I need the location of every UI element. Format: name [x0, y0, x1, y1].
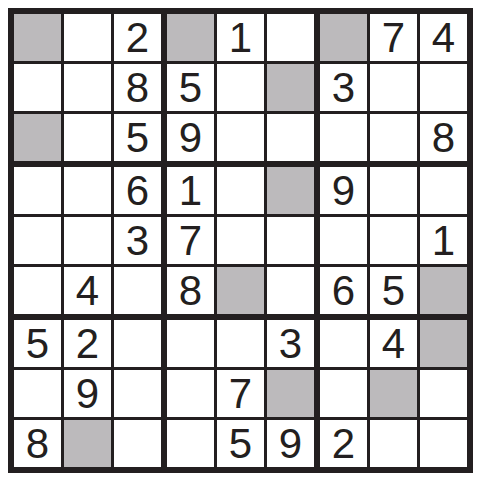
cell-r1c5[interactable]: 1	[217, 14, 264, 61]
cell-r9c5[interactable]: 5	[217, 420, 264, 467]
cell-r2c6[interactable]	[267, 64, 314, 111]
cell-r6c1[interactable]	[14, 267, 61, 314]
cell-r1c4[interactable]	[167, 14, 214, 61]
cell-r8c4[interactable]	[167, 370, 214, 417]
cell-r2c3[interactable]: 8	[114, 64, 161, 111]
cell-r6c6[interactable]	[267, 267, 314, 314]
cell-r4c4[interactable]: 1	[167, 167, 214, 214]
cell-r3c1[interactable]	[14, 114, 61, 161]
sudoku-page: 285159743863417891655298375942	[0, 0, 481, 486]
box-3: 7438	[320, 14, 467, 161]
cell-r3c7[interactable]	[320, 114, 367, 161]
cell-r7c6[interactable]: 3	[267, 320, 314, 367]
cell-r8c7[interactable]	[320, 370, 367, 417]
cell-r3c8[interactable]	[370, 114, 417, 161]
cell-r1c1[interactable]	[14, 14, 61, 61]
cell-r5c1[interactable]	[14, 217, 61, 264]
cell-r8c9[interactable]	[420, 370, 467, 417]
box-6: 9165	[320, 167, 467, 314]
box-7: 5298	[14, 320, 161, 467]
cell-r5c7[interactable]	[320, 217, 367, 264]
cell-r8c1[interactable]	[14, 370, 61, 417]
cell-r9c8[interactable]	[370, 420, 417, 467]
cell-r1c2[interactable]	[64, 14, 111, 61]
cell-r4c6[interactable]	[267, 167, 314, 214]
cell-r6c9[interactable]	[420, 267, 467, 314]
box-2: 159	[167, 14, 314, 161]
cell-r6c4[interactable]: 8	[167, 267, 214, 314]
cell-r9c4[interactable]	[167, 420, 214, 467]
box-8: 3759	[167, 320, 314, 467]
cell-r3c3[interactable]: 5	[114, 114, 161, 161]
cell-r7c2[interactable]: 2	[64, 320, 111, 367]
cell-r9c9[interactable]	[420, 420, 467, 467]
cell-r6c2[interactable]: 4	[64, 267, 111, 314]
cell-r7c9[interactable]	[420, 320, 467, 367]
cell-r9c7[interactable]: 2	[320, 420, 367, 467]
cell-r2c8[interactable]	[370, 64, 417, 111]
cell-r2c1[interactable]	[14, 64, 61, 111]
cell-r7c3[interactable]	[114, 320, 161, 367]
cell-r2c9[interactable]	[420, 64, 467, 111]
cell-r6c8[interactable]: 5	[370, 267, 417, 314]
cell-r3c9[interactable]: 8	[420, 114, 467, 161]
sudoku-board: 285159743863417891655298375942	[8, 8, 473, 473]
cell-r1c3[interactable]: 2	[114, 14, 161, 61]
cell-r3c4[interactable]: 9	[167, 114, 214, 161]
cell-r4c7[interactable]: 9	[320, 167, 367, 214]
cell-r9c6[interactable]: 9	[267, 420, 314, 467]
cell-r6c3[interactable]	[114, 267, 161, 314]
cell-r3c6[interactable]	[267, 114, 314, 161]
cell-r2c2[interactable]	[64, 64, 111, 111]
cell-r1c6[interactable]	[267, 14, 314, 61]
cell-r5c5[interactable]	[217, 217, 264, 264]
cell-r8c6[interactable]	[267, 370, 314, 417]
cell-r1c9[interactable]: 4	[420, 14, 467, 61]
box-1: 285	[14, 14, 161, 161]
cell-r7c4[interactable]	[167, 320, 214, 367]
cell-r2c4[interactable]: 5	[167, 64, 214, 111]
cell-r1c8[interactable]: 7	[370, 14, 417, 61]
cell-r8c3[interactable]	[114, 370, 161, 417]
cell-r7c1[interactable]: 5	[14, 320, 61, 367]
cell-r3c5[interactable]	[217, 114, 264, 161]
cell-r9c1[interactable]: 8	[14, 420, 61, 467]
cell-r5c4[interactable]: 7	[167, 217, 214, 264]
cell-r4c9[interactable]	[420, 167, 467, 214]
box-5: 178	[167, 167, 314, 314]
box-9: 42	[320, 320, 467, 467]
cell-r5c6[interactable]	[267, 217, 314, 264]
cell-r2c7[interactable]: 3	[320, 64, 367, 111]
cell-r7c5[interactable]	[217, 320, 264, 367]
cell-r5c9[interactable]: 1	[420, 217, 467, 264]
cell-r4c5[interactable]	[217, 167, 264, 214]
cell-r8c2[interactable]: 9	[64, 370, 111, 417]
cell-r3c2[interactable]	[64, 114, 111, 161]
cell-r7c7[interactable]	[320, 320, 367, 367]
cell-r4c8[interactable]	[370, 167, 417, 214]
cell-r8c5[interactable]: 7	[217, 370, 264, 417]
cell-r4c3[interactable]: 6	[114, 167, 161, 214]
cell-r2c5[interactable]	[217, 64, 264, 111]
box-4: 634	[14, 167, 161, 314]
cell-r1c7[interactable]	[320, 14, 367, 61]
cell-r5c2[interactable]	[64, 217, 111, 264]
cell-r8c8[interactable]	[370, 370, 417, 417]
cell-r9c3[interactable]	[114, 420, 161, 467]
cell-r6c5[interactable]	[217, 267, 264, 314]
cell-r5c3[interactable]: 3	[114, 217, 161, 264]
cell-r4c2[interactable]	[64, 167, 111, 214]
cell-r7c8[interactable]: 4	[370, 320, 417, 367]
cell-r5c8[interactable]	[370, 217, 417, 264]
cell-r4c1[interactable]	[14, 167, 61, 214]
cell-r6c7[interactable]: 6	[320, 267, 367, 314]
cell-r9c2[interactable]	[64, 420, 111, 467]
